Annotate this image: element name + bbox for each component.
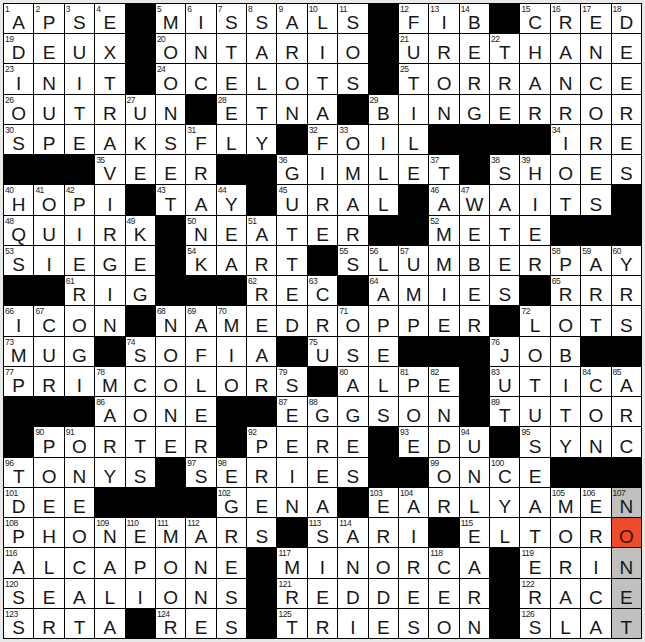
grid-cell[interactable]: E bbox=[247, 306, 276, 335]
grid-cell[interactable]: E bbox=[369, 337, 398, 366]
grid-cell[interactable]: E bbox=[217, 216, 246, 245]
grid-cell[interactable]: 1A bbox=[4, 4, 33, 33]
grid-cell[interactable]: I bbox=[217, 337, 246, 366]
grid-cell[interactable]: 40H bbox=[4, 185, 33, 214]
grid-cell[interactable]: E bbox=[460, 34, 489, 63]
grid-cell[interactable]: R bbox=[460, 64, 489, 93]
grid-cell[interactable]: 87E bbox=[277, 397, 306, 426]
grid-cell[interactable]: Y bbox=[95, 458, 124, 487]
grid-cell[interactable]: T bbox=[126, 427, 155, 456]
grid-cell[interactable]: 26O bbox=[4, 95, 33, 124]
grid-cell[interactable]: C bbox=[581, 579, 610, 608]
grid-cell[interactable]: R bbox=[581, 276, 610, 305]
grid-cell[interactable]: 120S bbox=[4, 579, 33, 608]
grid-cell[interactable]: U bbox=[65, 34, 94, 63]
grid-cell[interactable]: O bbox=[156, 548, 185, 577]
grid-cell[interactable]: 119E bbox=[520, 548, 549, 577]
grid-cell[interactable]: R bbox=[551, 95, 580, 124]
grid-cell[interactable]: 96T bbox=[4, 458, 33, 487]
grid-cell[interactable]: I bbox=[581, 548, 610, 577]
grid-cell[interactable]: S bbox=[581, 185, 610, 214]
grid-cell[interactable]: 48Q bbox=[4, 216, 33, 245]
crossword-board[interactable]: 1A2P3S4E5M6I7S8S9A10L11S12F13I14B15C16R1… bbox=[3, 3, 642, 639]
grid-cell[interactable]: T bbox=[520, 518, 549, 547]
grid-cell[interactable]: O bbox=[520, 337, 549, 366]
grid-cell[interactable]: E bbox=[490, 95, 519, 124]
grid-cell[interactable]: I bbox=[520, 185, 549, 214]
grid-cell[interactable]: A bbox=[247, 34, 276, 63]
grid-cell[interactable]: S bbox=[126, 458, 155, 487]
grid-cell[interactable]: 108P bbox=[4, 518, 33, 547]
grid-cell[interactable]: H bbox=[520, 34, 549, 63]
grid-cell[interactable]: M bbox=[399, 276, 428, 305]
grid-cell[interactable]: 61R bbox=[65, 276, 94, 305]
grid-cell[interactable]: 12F bbox=[399, 4, 428, 33]
highlighted-cell[interactable]: N bbox=[612, 548, 641, 577]
grid-cell[interactable]: T bbox=[65, 609, 94, 638]
grid-cell[interactable]: I bbox=[308, 155, 337, 184]
grid-cell[interactable]: I bbox=[551, 367, 580, 396]
grid-cell[interactable]: E bbox=[520, 216, 549, 245]
grid-cell[interactable]: E bbox=[429, 579, 458, 608]
grid-cell[interactable]: 105M bbox=[551, 488, 580, 517]
grid-cell[interactable]: 83U bbox=[490, 367, 519, 396]
grid-cell[interactable]: 54K bbox=[186, 246, 215, 275]
grid-cell[interactable]: I bbox=[65, 216, 94, 245]
grid-cell[interactable]: A bbox=[217, 246, 246, 275]
grid-cell[interactable]: E bbox=[460, 276, 489, 305]
grid-cell[interactable]: 59A bbox=[581, 246, 610, 275]
grid-cell[interactable]: A bbox=[95, 609, 124, 638]
grid-cell[interactable]: 81P bbox=[399, 367, 428, 396]
grid-cell[interactable]: 104A bbox=[399, 488, 428, 517]
grid-cell[interactable]: L bbox=[217, 125, 246, 154]
grid-cell[interactable]: 126S bbox=[520, 609, 549, 638]
grid-cell[interactable]: 60Y bbox=[612, 246, 641, 275]
grid-cell[interactable]: 57U bbox=[399, 246, 428, 275]
grid-cell[interactable]: A bbox=[490, 185, 519, 214]
grid-cell[interactable]: I bbox=[126, 579, 155, 608]
grid-cell[interactable]: L bbox=[551, 609, 580, 638]
grid-cell[interactable]: T bbox=[65, 95, 94, 124]
grid-cell[interactable]: 20O bbox=[156, 34, 185, 63]
grid-cell[interactable]: U bbox=[34, 95, 63, 124]
grid-cell[interactable]: 2P bbox=[34, 4, 63, 33]
grid-cell[interactable]: N bbox=[429, 397, 458, 426]
grid-cell[interactable]: E bbox=[217, 64, 246, 93]
grid-cell[interactable]: R bbox=[186, 427, 215, 456]
grid-cell[interactable]: 78M bbox=[95, 367, 124, 396]
grid-cell[interactable]: E bbox=[65, 125, 94, 154]
grid-cell[interactable]: 51A bbox=[247, 216, 276, 245]
grid-cell[interactable]: O bbox=[369, 548, 398, 577]
grid-cell[interactable]: 47W bbox=[460, 185, 489, 214]
grid-cell[interactable]: 125T bbox=[277, 609, 306, 638]
grid-cell[interactable]: E bbox=[156, 155, 185, 184]
grid-cell[interactable]: N bbox=[186, 579, 215, 608]
grid-cell[interactable]: N bbox=[460, 609, 489, 638]
grid-cell[interactable]: I bbox=[338, 609, 367, 638]
grid-cell[interactable]: E bbox=[65, 488, 94, 517]
grid-cell[interactable]: U bbox=[34, 337, 63, 366]
grid-cell[interactable]: 32F bbox=[308, 125, 337, 154]
grid-cell[interactable]: 63C bbox=[308, 276, 337, 305]
grid-cell[interactable]: N bbox=[460, 458, 489, 487]
grid-cell[interactable]: R bbox=[399, 548, 428, 577]
grid-cell[interactable]: 45U bbox=[277, 185, 306, 214]
highlighted-cell[interactable]: E bbox=[612, 579, 641, 608]
grid-cell[interactable]: R bbox=[34, 609, 63, 638]
grid-cell[interactable]: 117M bbox=[277, 548, 306, 577]
grid-cell[interactable]: 74S bbox=[126, 337, 155, 366]
grid-cell[interactable]: 71O bbox=[338, 306, 367, 335]
grid-cell[interactable]: N bbox=[277, 488, 306, 517]
grid-cell[interactable]: 69A bbox=[186, 306, 215, 335]
grid-cell[interactable]: 52M bbox=[429, 216, 458, 245]
grid-cell[interactable]: I bbox=[308, 548, 337, 577]
grid-cell[interactable]: C bbox=[186, 64, 215, 93]
grid-cell[interactable]: 118C bbox=[429, 548, 458, 577]
grid-cell[interactable]: T bbox=[520, 367, 549, 396]
grid-cell[interactable]: E bbox=[247, 488, 276, 517]
grid-cell[interactable]: R bbox=[308, 306, 337, 335]
grid-cell[interactable]: 109N bbox=[95, 518, 124, 547]
grid-cell[interactable]: S bbox=[369, 397, 398, 426]
grid-cell[interactable]: 62R bbox=[247, 276, 276, 305]
grid-cell[interactable]: I bbox=[399, 95, 428, 124]
grid-cell[interactable]: 49K bbox=[126, 216, 155, 245]
grid-cell[interactable]: G bbox=[65, 337, 94, 366]
grid-cell[interactable]: E bbox=[126, 155, 155, 184]
grid-cell[interactable]: S bbox=[338, 64, 367, 93]
grid-cell[interactable]: 86A bbox=[95, 397, 124, 426]
grid-cell[interactable]: R bbox=[247, 458, 276, 487]
grid-cell[interactable]: 110E bbox=[126, 518, 155, 547]
grid-cell[interactable]: E bbox=[399, 579, 428, 608]
grid-cell[interactable]: O bbox=[156, 367, 185, 396]
grid-cell[interactable]: P bbox=[399, 306, 428, 335]
grid-cell[interactable]: O bbox=[581, 397, 610, 426]
grid-cell[interactable]: 53S bbox=[4, 246, 33, 275]
grid-cell[interactable]: U bbox=[520, 397, 549, 426]
grid-cell[interactable]: R bbox=[338, 216, 367, 245]
grid-cell[interactable]: O bbox=[551, 155, 580, 184]
grid-cell[interactable]: 111M bbox=[156, 518, 185, 547]
grid-cell[interactable]: N bbox=[581, 34, 610, 63]
grid-cell[interactable]: P bbox=[369, 306, 398, 335]
grid-cell[interactable]: 65R bbox=[551, 276, 580, 305]
grid-cell[interactable]: R bbox=[551, 548, 580, 577]
grid-cell[interactable]: 28E bbox=[217, 95, 246, 124]
grid-cell[interactable]: 80A bbox=[338, 367, 367, 396]
grid-cell[interactable]: T bbox=[581, 306, 610, 335]
grid-cell[interactable]: R bbox=[612, 276, 641, 305]
grid-cell[interactable]: 21U bbox=[399, 34, 428, 63]
grid-cell[interactable]: 36G bbox=[277, 155, 306, 184]
grid-cell[interactable]: O bbox=[217, 367, 246, 396]
grid-cell[interactable]: 15C bbox=[520, 4, 549, 33]
grid-cell[interactable]: 56L bbox=[369, 246, 398, 275]
grid-cell[interactable]: E bbox=[308, 216, 337, 245]
grid-cell[interactable]: T bbox=[217, 34, 246, 63]
grid-cell[interactable]: N bbox=[581, 427, 610, 456]
grid-cell[interactable]: O bbox=[126, 397, 155, 426]
grid-cell[interactable]: 5M bbox=[156, 4, 185, 33]
grid-cell[interactable]: Y bbox=[551, 427, 580, 456]
grid-cell[interactable]: S bbox=[490, 276, 519, 305]
grid-cell[interactable]: E bbox=[612, 125, 641, 154]
grid-cell[interactable]: 100C bbox=[490, 458, 519, 487]
grid-cell[interactable]: 7S bbox=[217, 4, 246, 33]
grid-cell[interactable]: S bbox=[217, 579, 246, 608]
grid-cell[interactable]: P bbox=[34, 125, 63, 154]
grid-cell[interactable]: F bbox=[186, 337, 215, 366]
grid-cell[interactable]: H bbox=[34, 518, 63, 547]
grid-cell[interactable]: R bbox=[186, 155, 215, 184]
grid-cell[interactable]: R bbox=[429, 488, 458, 517]
grid-cell[interactable]: 67C bbox=[34, 306, 63, 335]
grid-cell[interactable]: A bbox=[65, 579, 94, 608]
grid-cell[interactable]: A bbox=[520, 488, 549, 517]
grid-cell[interactable]: E bbox=[429, 306, 458, 335]
grid-cell[interactable]: 37T bbox=[429, 155, 458, 184]
grid-cell[interactable]: A bbox=[338, 185, 367, 214]
grid-cell[interactable]: B bbox=[460, 246, 489, 275]
grid-cell[interactable]: 3S bbox=[65, 4, 94, 33]
grid-cell[interactable]: N bbox=[551, 64, 580, 93]
grid-cell[interactable]: L bbox=[490, 518, 519, 547]
grid-cell[interactable]: 55S bbox=[338, 246, 367, 275]
grid-cell[interactable]: I bbox=[95, 185, 124, 214]
grid-cell[interactable]: D bbox=[277, 306, 306, 335]
grid-cell[interactable]: T bbox=[551, 397, 580, 426]
grid-cell[interactable]: A bbox=[460, 548, 489, 577]
grid-cell[interactable]: S bbox=[399, 609, 428, 638]
grid-cell[interactable]: E bbox=[612, 64, 641, 93]
grid-cell[interactable]: 14B bbox=[460, 4, 489, 33]
grid-cell[interactable]: 124R bbox=[156, 609, 185, 638]
grid-cell[interactable]: I bbox=[65, 367, 94, 396]
grid-cell[interactable]: R bbox=[460, 579, 489, 608]
grid-cell[interactable]: C bbox=[65, 548, 94, 577]
grid-cell[interactable]: 25T bbox=[399, 64, 428, 93]
grid-cell[interactable]: D bbox=[369, 579, 398, 608]
grid-cell[interactable]: L bbox=[369, 155, 398, 184]
grid-cell[interactable]: E bbox=[126, 246, 155, 275]
grid-cell[interactable]: Y bbox=[247, 125, 276, 154]
grid-cell[interactable]: N bbox=[95, 306, 124, 335]
grid-cell[interactable]: E bbox=[581, 155, 610, 184]
grid-cell[interactable]: 66I bbox=[4, 306, 33, 335]
grid-cell[interactable]: 35V bbox=[95, 155, 124, 184]
grid-cell[interactable]: E bbox=[186, 397, 215, 426]
grid-cell[interactable]: E bbox=[338, 427, 367, 456]
grid-cell[interactable]: S bbox=[612, 155, 641, 184]
grid-cell[interactable]: D bbox=[429, 427, 458, 456]
grid-cell[interactable]: G bbox=[95, 246, 124, 275]
grid-cell[interactable]: O bbox=[338, 34, 367, 63]
grid-cell[interactable]: O bbox=[551, 306, 580, 335]
grid-cell[interactable]: L bbox=[34, 548, 63, 577]
grid-cell[interactable]: T bbox=[551, 185, 580, 214]
grid-cell[interactable]: 113S bbox=[308, 518, 337, 547]
grid-cell[interactable]: 79S bbox=[277, 367, 306, 396]
grid-cell[interactable]: N bbox=[338, 548, 367, 577]
grid-cell[interactable]: 89T bbox=[490, 397, 519, 426]
grid-cell[interactable]: L bbox=[247, 64, 276, 93]
grid-cell[interactable]: A bbox=[520, 64, 549, 93]
grid-cell[interactable]: S bbox=[338, 458, 367, 487]
grid-cell[interactable]: E bbox=[520, 458, 549, 487]
grid-cell[interactable]: L bbox=[399, 125, 428, 154]
grid-cell[interactable]: I bbox=[65, 64, 94, 93]
grid-cell[interactable]: R bbox=[581, 518, 610, 547]
grid-cell[interactable]: R bbox=[217, 518, 246, 547]
grid-cell[interactable]: 38S bbox=[490, 155, 519, 184]
grid-cell[interactable]: E bbox=[277, 427, 306, 456]
grid-cell[interactable]: 68N bbox=[156, 306, 185, 335]
grid-cell[interactable]: 99O bbox=[429, 458, 458, 487]
grid-cell[interactable]: A bbox=[95, 548, 124, 577]
grid-cell[interactable]: D bbox=[338, 579, 367, 608]
grid-cell[interactable]: O bbox=[34, 458, 63, 487]
grid-cell[interactable]: 8S bbox=[247, 4, 276, 33]
grid-cell[interactable]: R bbox=[612, 397, 641, 426]
grid-cell[interactable]: R bbox=[429, 34, 458, 63]
grid-cell[interactable]: 77P bbox=[4, 367, 33, 396]
grid-cell[interactable]: S bbox=[247, 518, 276, 547]
grid-cell[interactable]: S bbox=[217, 609, 246, 638]
grid-cell[interactable]: 93E bbox=[399, 427, 428, 456]
highlighted-cell[interactable]: T bbox=[612, 609, 641, 638]
grid-cell[interactable]: 58P bbox=[551, 246, 580, 275]
grid-cell[interactable]: E bbox=[186, 609, 215, 638]
grid-cell[interactable]: L bbox=[460, 488, 489, 517]
grid-cell[interactable]: 88G bbox=[308, 397, 337, 426]
grid-cell[interactable]: O bbox=[277, 64, 306, 93]
grid-cell[interactable]: N bbox=[186, 34, 215, 63]
grid-cell[interactable]: R bbox=[95, 216, 124, 245]
grid-cell[interactable]: G bbox=[338, 397, 367, 426]
grid-cell[interactable]: 50N bbox=[186, 216, 215, 245]
grid-cell[interactable]: G bbox=[126, 276, 155, 305]
grid-cell[interactable]: E bbox=[399, 155, 428, 184]
grid-cell[interactable]: I bbox=[369, 125, 398, 154]
grid-cell[interactable]: E bbox=[34, 579, 63, 608]
grid-cell[interactable]: 6I bbox=[186, 4, 215, 33]
grid-cell[interactable]: O bbox=[156, 337, 185, 366]
grid-cell[interactable]: R bbox=[308, 609, 337, 638]
grid-cell[interactable]: T bbox=[308, 64, 337, 93]
grid-cell[interactable]: E bbox=[460, 216, 489, 245]
grid-cell[interactable]: 106E bbox=[581, 488, 610, 517]
grid-cell[interactable]: L bbox=[369, 185, 398, 214]
grid-cell[interactable]: E bbox=[65, 246, 94, 275]
grid-cell[interactable]: R bbox=[277, 34, 306, 63]
grid-cell[interactable]: A bbox=[308, 95, 337, 124]
grid-cell[interactable]: 44Y bbox=[217, 185, 246, 214]
grid-cell[interactable]: T bbox=[95, 64, 124, 93]
grid-cell[interactable]: R bbox=[308, 185, 337, 214]
highlighted-cell[interactable]: 107N bbox=[612, 488, 641, 517]
grid-cell[interactable]: E bbox=[308, 579, 337, 608]
grid-cell[interactable]: T bbox=[277, 216, 306, 245]
grid-cell[interactable]: B bbox=[551, 337, 580, 366]
grid-cell[interactable]: 98E bbox=[217, 458, 246, 487]
grid-cell[interactable]: 91O bbox=[65, 427, 94, 456]
grid-cell[interactable]: I bbox=[308, 34, 337, 63]
grid-cell[interactable]: N bbox=[186, 548, 215, 577]
grid-cell[interactable]: I bbox=[399, 518, 428, 547]
grid-cell[interactable]: R bbox=[247, 246, 276, 275]
grid-cell[interactable]: I bbox=[95, 276, 124, 305]
grid-cell[interactable]: R bbox=[520, 246, 549, 275]
grid-cell[interactable]: 34I bbox=[551, 125, 580, 154]
grid-cell[interactable]: G bbox=[460, 95, 489, 124]
grid-cell[interactable]: E bbox=[612, 34, 641, 63]
grid-cell[interactable]: U bbox=[34, 216, 63, 245]
grid-cell[interactable]: O bbox=[65, 518, 94, 547]
grid-cell[interactable]: 42P bbox=[65, 185, 94, 214]
grid-cell[interactable]: E bbox=[34, 488, 63, 517]
grid-cell[interactable]: S bbox=[156, 125, 185, 154]
grid-cell[interactable]: 33O bbox=[338, 125, 367, 154]
grid-cell[interactable]: 43T bbox=[156, 185, 185, 214]
grid-cell[interactable]: O bbox=[429, 64, 458, 93]
grid-cell[interactable]: A bbox=[551, 579, 580, 608]
grid-cell[interactable]: I bbox=[277, 458, 306, 487]
grid-cell[interactable]: 10L bbox=[308, 4, 337, 33]
grid-cell[interactable]: N bbox=[156, 95, 185, 124]
grid-cell[interactable]: L bbox=[186, 367, 215, 396]
grid-cell[interactable]: 73M bbox=[4, 337, 33, 366]
grid-cell[interactable]: 76J bbox=[490, 337, 519, 366]
grid-cell[interactable]: T bbox=[247, 95, 276, 124]
grid-cell[interactable]: 115E bbox=[460, 518, 489, 547]
grid-cell[interactable]: R bbox=[369, 518, 398, 547]
grid-cell[interactable]: P bbox=[126, 548, 155, 577]
grid-cell[interactable]: 102G bbox=[217, 488, 246, 517]
grid-cell[interactable]: E bbox=[156, 427, 185, 456]
grid-cell[interactable]: 24O bbox=[156, 64, 185, 93]
grid-cell[interactable]: 112A bbox=[186, 518, 215, 547]
grid-cell[interactable]: 121R bbox=[277, 579, 306, 608]
grid-cell[interactable]: A bbox=[247, 337, 276, 366]
grid-cell[interactable]: T bbox=[277, 246, 306, 275]
grid-cell[interactable]: K bbox=[126, 125, 155, 154]
grid-cell[interactable]: L bbox=[369, 367, 398, 396]
grid-cell[interactable]: A bbox=[308, 488, 337, 517]
grid-cell[interactable]: A bbox=[581, 609, 610, 638]
grid-cell[interactable]: 17E bbox=[581, 4, 610, 33]
grid-cell[interactable]: S bbox=[338, 337, 367, 366]
grid-cell[interactable]: A bbox=[551, 34, 580, 63]
grid-cell[interactable]: 27U bbox=[126, 95, 155, 124]
grid-cell[interactable]: A bbox=[186, 185, 215, 214]
grid-cell[interactable]: 39H bbox=[520, 155, 549, 184]
grid-cell[interactable]: R bbox=[520, 95, 549, 124]
grid-cell[interactable]: O bbox=[551, 518, 580, 547]
grid-cell[interactable]: 31F bbox=[186, 125, 215, 154]
grid-cell[interactable]: O bbox=[581, 95, 610, 124]
grid-cell[interactable]: 30S bbox=[4, 125, 33, 154]
grid-cell[interactable]: M bbox=[429, 246, 458, 275]
grid-cell[interactable]: 103E bbox=[369, 488, 398, 517]
grid-cell[interactable]: 75U bbox=[308, 337, 337, 366]
grid-cell[interactable]: 90P bbox=[34, 427, 63, 456]
grid-cell[interactable]: 114A bbox=[338, 518, 367, 547]
grid-cell[interactable]: L bbox=[95, 579, 124, 608]
